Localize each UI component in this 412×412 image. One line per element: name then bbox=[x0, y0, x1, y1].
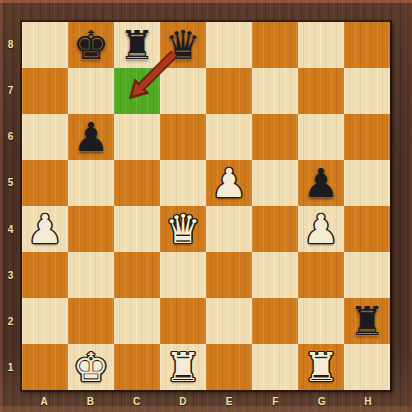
square-h8[interactable] bbox=[344, 22, 390, 68]
square-b1[interactable]: ♚ bbox=[68, 344, 114, 390]
square-g5[interactable]: ♟ bbox=[298, 160, 344, 206]
square-h5[interactable] bbox=[344, 160, 390, 206]
piece-white-pawn[interactable]: ♟ bbox=[211, 160, 247, 206]
square-a7[interactable] bbox=[22, 68, 68, 114]
square-a8[interactable] bbox=[22, 22, 68, 68]
square-e8[interactable] bbox=[206, 22, 252, 68]
piece-black-pawn[interactable]: ♟ bbox=[73, 114, 109, 160]
rank-label-1: 1 bbox=[0, 345, 21, 391]
piece-white-rook[interactable]: ♜ bbox=[303, 344, 339, 390]
file-label-g: G bbox=[299, 391, 345, 412]
square-a2[interactable] bbox=[22, 298, 68, 344]
piece-white-king[interactable]: ♚ bbox=[73, 344, 109, 390]
chessboard-frame: 87654321 ABCDEFGH ♚♜♛♟♟♟♟♛♟♜♚♜♜ bbox=[0, 0, 412, 412]
rank-label-7: 7 bbox=[0, 67, 21, 113]
square-e2[interactable] bbox=[206, 298, 252, 344]
square-f5[interactable] bbox=[252, 160, 298, 206]
file-label-d: D bbox=[160, 391, 206, 412]
square-g3[interactable] bbox=[298, 252, 344, 298]
square-a6[interactable] bbox=[22, 114, 68, 160]
square-g4[interactable]: ♟ bbox=[298, 206, 344, 252]
rank-label-8: 8 bbox=[0, 21, 21, 67]
square-g7[interactable] bbox=[298, 68, 344, 114]
piece-black-queen[interactable]: ♛ bbox=[165, 22, 201, 68]
square-e7[interactable] bbox=[206, 68, 252, 114]
square-f6[interactable] bbox=[252, 114, 298, 160]
file-label-f: F bbox=[252, 391, 298, 412]
square-f8[interactable] bbox=[252, 22, 298, 68]
square-h1[interactable] bbox=[344, 344, 390, 390]
square-a3[interactable] bbox=[22, 252, 68, 298]
square-d4[interactable]: ♛ bbox=[160, 206, 206, 252]
square-d8[interactable]: ♛ bbox=[160, 22, 206, 68]
piece-black-pawn[interactable]: ♟ bbox=[303, 160, 339, 206]
square-g2[interactable] bbox=[298, 298, 344, 344]
square-b4[interactable] bbox=[68, 206, 114, 252]
square-f3[interactable] bbox=[252, 252, 298, 298]
square-d5[interactable] bbox=[160, 160, 206, 206]
square-b6[interactable]: ♟ bbox=[68, 114, 114, 160]
chess-board: ♚♜♛♟♟♟♟♛♟♜♚♜♜ bbox=[21, 21, 391, 391]
square-h7[interactable] bbox=[344, 68, 390, 114]
square-d3[interactable] bbox=[160, 252, 206, 298]
square-e5[interactable]: ♟ bbox=[206, 160, 252, 206]
rank-label-4: 4 bbox=[0, 206, 21, 252]
square-g6[interactable] bbox=[298, 114, 344, 160]
file-labels: ABCDEFGH bbox=[21, 391, 391, 412]
square-c7[interactable] bbox=[114, 68, 160, 114]
square-e6[interactable] bbox=[206, 114, 252, 160]
square-c4[interactable] bbox=[114, 206, 160, 252]
square-f4[interactable] bbox=[252, 206, 298, 252]
square-c1[interactable] bbox=[114, 344, 160, 390]
square-h6[interactable] bbox=[344, 114, 390, 160]
square-b3[interactable] bbox=[68, 252, 114, 298]
square-f7[interactable] bbox=[252, 68, 298, 114]
square-f2[interactable] bbox=[252, 298, 298, 344]
rank-label-6: 6 bbox=[0, 114, 21, 160]
rank-labels: 87654321 bbox=[0, 21, 21, 391]
square-b8[interactable]: ♚ bbox=[68, 22, 114, 68]
square-b7[interactable] bbox=[68, 68, 114, 114]
square-e3[interactable] bbox=[206, 252, 252, 298]
piece-black-rook[interactable]: ♜ bbox=[119, 22, 155, 68]
square-a5[interactable] bbox=[22, 160, 68, 206]
square-a1[interactable] bbox=[22, 344, 68, 390]
square-h3[interactable] bbox=[344, 252, 390, 298]
file-label-e: E bbox=[206, 391, 252, 412]
rank-label-2: 2 bbox=[0, 299, 21, 345]
square-h4[interactable] bbox=[344, 206, 390, 252]
piece-black-rook[interactable]: ♜ bbox=[349, 298, 385, 344]
square-g1[interactable]: ♜ bbox=[298, 344, 344, 390]
square-d1[interactable]: ♜ bbox=[160, 344, 206, 390]
piece-white-rook[interactable]: ♜ bbox=[165, 344, 201, 390]
piece-white-pawn[interactable]: ♟ bbox=[303, 206, 339, 252]
square-c3[interactable] bbox=[114, 252, 160, 298]
square-d6[interactable] bbox=[160, 114, 206, 160]
rank-label-3: 3 bbox=[0, 252, 21, 298]
square-e1[interactable] bbox=[206, 344, 252, 390]
piece-black-king[interactable]: ♚ bbox=[73, 22, 109, 68]
square-d2[interactable] bbox=[160, 298, 206, 344]
square-b2[interactable] bbox=[68, 298, 114, 344]
square-b5[interactable] bbox=[68, 160, 114, 206]
square-c5[interactable] bbox=[114, 160, 160, 206]
file-label-b: B bbox=[67, 391, 113, 412]
file-label-c: C bbox=[114, 391, 160, 412]
square-e4[interactable] bbox=[206, 206, 252, 252]
file-label-h: H bbox=[345, 391, 391, 412]
square-c6[interactable] bbox=[114, 114, 160, 160]
square-a4[interactable]: ♟ bbox=[22, 206, 68, 252]
piece-white-queen[interactable]: ♛ bbox=[165, 206, 201, 252]
square-c2[interactable] bbox=[114, 298, 160, 344]
file-label-a: A bbox=[21, 391, 67, 412]
piece-white-pawn[interactable]: ♟ bbox=[27, 206, 63, 252]
square-g8[interactable] bbox=[298, 22, 344, 68]
square-h2[interactable]: ♜ bbox=[344, 298, 390, 344]
square-c8[interactable]: ♜ bbox=[114, 22, 160, 68]
rank-label-5: 5 bbox=[0, 160, 21, 206]
square-d7[interactable] bbox=[160, 68, 206, 114]
square-f1[interactable] bbox=[252, 344, 298, 390]
